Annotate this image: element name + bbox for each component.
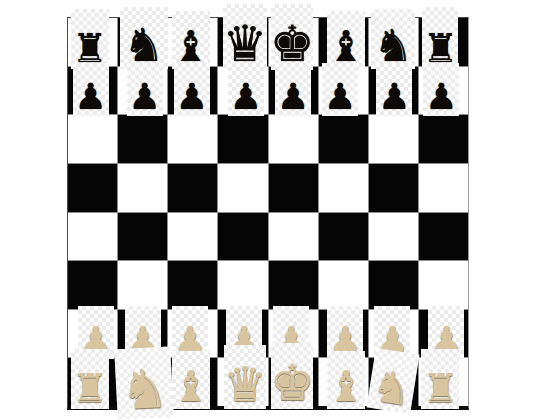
black-pawn-f7[interactable]: ♟ (324, 79, 356, 116)
square-f6[interactable] (319, 115, 368, 163)
piece-image-a1: ♜ (71, 349, 109, 409)
square-h6[interactable] (419, 115, 468, 163)
square-c8[interactable]: ♝ (168, 18, 217, 66)
square-b1[interactable]: ♞ (118, 358, 167, 406)
black-pawn-h7[interactable]: ♟ (425, 79, 457, 116)
square-g1[interactable]: ♞ (369, 358, 418, 406)
piece-image-h8: ♜ (422, 7, 458, 69)
white-king-e1[interactable]: ♚ (270, 358, 315, 409)
square-e7[interactable]: ♟ (269, 67, 318, 115)
white-bishop-c1[interactable]: ♝ (172, 366, 210, 409)
square-b3[interactable] (118, 261, 167, 309)
piece-image-e8: ♚ (271, 4, 313, 70)
piece-image-f7: ♟ (322, 63, 358, 116)
black-pawn-e7[interactable]: ♟ (277, 79, 309, 116)
square-e3[interactable] (269, 261, 318, 309)
black-bishop-c8[interactable]: ♝ (172, 26, 210, 69)
square-d4[interactable] (218, 213, 267, 261)
square-f3[interactable] (319, 261, 368, 309)
square-h1[interactable]: ♜ (419, 358, 468, 406)
square-e4[interactable] (269, 213, 318, 261)
black-pawn-g7[interactable]: ♟ (378, 79, 410, 116)
black-queen-d8[interactable]: ♛ (223, 19, 268, 70)
square-h8[interactable]: ♜ (419, 18, 468, 66)
black-pawn-d7[interactable]: ♟ (230, 79, 262, 116)
piece-image-f1: ♝ (327, 351, 365, 409)
piece-image-g1: ♞ (367, 348, 420, 414)
square-d3[interactable] (218, 261, 267, 309)
square-g5[interactable] (369, 164, 418, 212)
square-a4[interactable] (68, 213, 117, 261)
piece-image-d8: ♛ (223, 4, 267, 70)
piece-image-f8: ♝ (327, 11, 365, 69)
piece-image-d7: ♟ (228, 63, 264, 116)
square-f1[interactable]: ♝ (319, 358, 368, 406)
square-d5[interactable] (218, 164, 267, 212)
white-rook-a1[interactable]: ♜ (72, 368, 108, 409)
square-f8[interactable]: ♝ (319, 18, 368, 66)
square-g8[interactable]: ♞ (369, 18, 418, 66)
square-f5[interactable] (319, 164, 368, 212)
square-g6[interactable] (369, 115, 418, 163)
chess-board: ♜♞♝♛♚♝♞♜♟♟♟♟♟♟♟♟♟♟♟♟♟♟♟♟♜♞♝♛♚♝♞♜ (67, 17, 469, 410)
square-g7[interactable]: ♟ (369, 67, 418, 115)
piece-image-b1: ♞ (114, 347, 174, 420)
square-c5[interactable] (168, 164, 217, 212)
square-b8[interactable]: ♞ (118, 18, 167, 66)
square-b6[interactable] (118, 115, 167, 163)
square-g4[interactable] (369, 213, 418, 261)
piece-image-b7: ♟ (127, 63, 163, 116)
white-queen-d1[interactable]: ♛ (223, 360, 266, 409)
square-c6[interactable] (168, 115, 217, 163)
black-knight-b8[interactable]: ♞ (123, 22, 164, 69)
square-c1[interactable]: ♝ (168, 358, 217, 406)
piece-image-h1: ♜ (421, 349, 459, 409)
white-bishop-f1[interactable]: ♝ (327, 366, 365, 409)
square-a1[interactable]: ♜ (68, 358, 117, 406)
piece-image-h7: ♟ (423, 63, 459, 116)
square-d1[interactable]: ♛ (218, 358, 267, 406)
square-h4[interactable] (419, 213, 468, 261)
piece-image-e1: ♚ (271, 343, 313, 409)
square-d7[interactable]: ♟ (218, 67, 267, 115)
square-e5[interactable] (269, 164, 318, 212)
square-c4[interactable] (168, 213, 217, 261)
square-b5[interactable] (118, 164, 167, 212)
square-e1[interactable]: ♚ (269, 358, 318, 406)
square-e6[interactable] (269, 115, 318, 163)
piece-image-c1: ♝ (172, 351, 210, 409)
square-h3[interactable] (419, 261, 468, 309)
square-b4[interactable] (118, 213, 167, 261)
black-bishop-f8[interactable]: ♝ (327, 26, 365, 69)
black-king-e8[interactable]: ♚ (270, 19, 315, 70)
square-g3[interactable] (369, 261, 418, 309)
piece-image-a7: ♟ (73, 63, 109, 116)
piece-image-d1: ♛ (224, 345, 266, 409)
piece-image-b8: ♞ (120, 7, 168, 69)
square-d6[interactable] (218, 115, 267, 163)
square-c3[interactable] (168, 261, 217, 309)
piece-image-g7: ♟ (376, 63, 412, 116)
square-h7[interactable]: ♟ (419, 67, 468, 115)
white-knight-b1[interactable]: ♞ (118, 362, 169, 419)
square-a8[interactable]: ♜ (68, 18, 117, 66)
black-knight-g8[interactable]: ♞ (374, 24, 413, 69)
piece-image-e7: ♟ (275, 63, 311, 116)
square-a7[interactable]: ♟ (68, 67, 117, 115)
square-f7[interactable]: ♟ (319, 67, 368, 115)
white-knight-g1[interactable]: ♞ (369, 363, 415, 414)
piece-image-g8: ♞ (371, 9, 415, 69)
black-pawn-b7[interactable]: ♟ (129, 79, 161, 116)
square-h5[interactable] (419, 164, 468, 212)
piece-image-c8: ♝ (172, 11, 210, 69)
page-background: ♜♞♝♛♚♝♞♜♟♟♟♟♟♟♟♟♟♟♟♟♟♟♟♟♜♞♝♛♚♝♞♜ (0, 0, 560, 420)
square-a5[interactable] (68, 164, 117, 212)
square-a6[interactable] (68, 115, 117, 163)
piece-image-a8: ♜ (71, 9, 109, 69)
square-b7[interactable]: ♟ (118, 67, 167, 115)
square-a3[interactable] (68, 261, 117, 309)
white-rook-h1[interactable]: ♜ (423, 368, 459, 409)
square-d8[interactable]: ♛ (218, 18, 267, 66)
black-pawn-c7[interactable]: ♟ (176, 79, 208, 116)
square-c7[interactable]: ♟ (168, 67, 217, 115)
square-e8[interactable]: ♚ (269, 18, 318, 66)
square-f4[interactable] (319, 213, 368, 261)
black-pawn-a7[interactable]: ♟ (74, 79, 106, 116)
piece-image-c7: ♟ (174, 63, 210, 116)
